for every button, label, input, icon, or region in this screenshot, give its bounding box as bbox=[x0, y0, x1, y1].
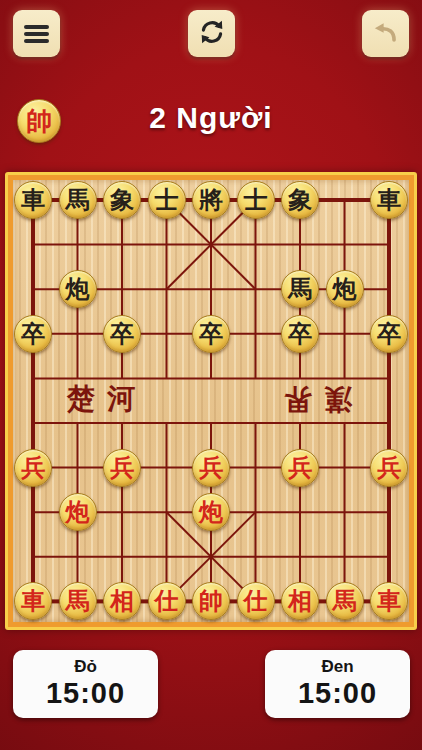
piece-bP[interactable]: 卒 bbox=[281, 315, 319, 353]
black-clock: Đen 15:00 bbox=[265, 650, 410, 718]
piece-bP[interactable]: 卒 bbox=[14, 315, 52, 353]
piece-bP[interactable]: 卒 bbox=[103, 315, 141, 353]
piece-bK[interactable]: 將 bbox=[192, 181, 230, 219]
piece-rC[interactable]: 炮 bbox=[192, 493, 230, 531]
piece-bB[interactable]: 象 bbox=[103, 181, 141, 219]
river-label-han-jie: 漢界 bbox=[263, 377, 373, 421]
piece-rP[interactable]: 兵 bbox=[281, 449, 319, 487]
piece-rP[interactable]: 兵 bbox=[14, 449, 52, 487]
piece-bN[interactable]: 馬 bbox=[59, 181, 97, 219]
app-screen: 帥 2 Người 楚河 漢界 車馬象士將士象車炮馬炮卒卒卒卒卒兵兵兵兵兵炮炮車… bbox=[0, 0, 422, 750]
refresh-button[interactable] bbox=[188, 10, 235, 57]
piece-bB[interactable]: 象 bbox=[281, 181, 319, 219]
piece-bA[interactable]: 士 bbox=[237, 181, 275, 219]
piece-bC[interactable]: 炮 bbox=[326, 270, 364, 308]
black-clock-time: 15:00 bbox=[265, 677, 410, 709]
piece-rA[interactable]: 仕 bbox=[237, 582, 275, 620]
xiangqi-board: 楚河 漢界 車馬象士將士象車炮馬炮卒卒卒卒卒兵兵兵兵兵炮炮車馬相仕帥仕相馬車 bbox=[5, 172, 417, 630]
black-clock-label: Đen bbox=[265, 657, 410, 677]
piece-rP[interactable]: 兵 bbox=[370, 449, 408, 487]
piece-bP[interactable]: 卒 bbox=[192, 315, 230, 353]
river-label-chu-he: 楚河 bbox=[46, 377, 156, 421]
refresh-icon bbox=[197, 17, 227, 50]
piece-bN[interactable]: 馬 bbox=[281, 270, 319, 308]
piece-bR[interactable]: 車 bbox=[370, 181, 408, 219]
piece-bP[interactable]: 卒 bbox=[370, 315, 408, 353]
piece-rN[interactable]: 馬 bbox=[59, 582, 97, 620]
piece-bA[interactable]: 士 bbox=[148, 181, 186, 219]
piece-rA[interactable]: 仕 bbox=[148, 582, 186, 620]
board-wood[interactable]: 楚河 漢界 車馬象士將士象車炮馬炮卒卒卒卒卒兵兵兵兵兵炮炮車馬相仕帥仕相馬車 bbox=[13, 180, 409, 622]
back-button[interactable] bbox=[362, 10, 409, 57]
piece-bR[interactable]: 車 bbox=[14, 181, 52, 219]
hamburger-icon bbox=[24, 22, 49, 46]
back-arrow-icon bbox=[371, 17, 401, 50]
red-clock-label: Đỏ bbox=[13, 657, 158, 677]
menu-button[interactable] bbox=[13, 10, 60, 57]
piece-bC[interactable]: 炮 bbox=[59, 270, 97, 308]
piece-rP[interactable]: 兵 bbox=[103, 449, 141, 487]
page-title: 2 Người bbox=[0, 101, 422, 135]
red-clock: Đỏ 15:00 bbox=[13, 650, 158, 718]
piece-rN[interactable]: 馬 bbox=[326, 582, 364, 620]
red-clock-time: 15:00 bbox=[13, 677, 158, 709]
piece-rP[interactable]: 兵 bbox=[192, 449, 230, 487]
piece-rC[interactable]: 炮 bbox=[59, 493, 97, 531]
